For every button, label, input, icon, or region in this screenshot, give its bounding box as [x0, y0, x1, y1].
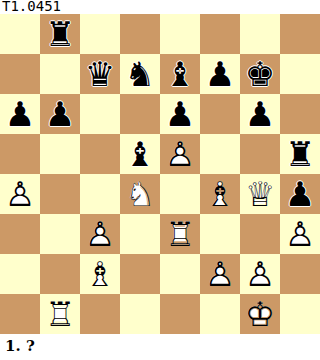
square-h1[interactable] — [280, 294, 320, 334]
white-pawn: ♟︎♙︎ — [280, 214, 320, 254]
square-c2[interactable]: ♝︎♗︎ — [80, 254, 120, 294]
black-rook: ♜︎ — [280, 134, 320, 174]
chess-puzzle-screen: T1.0451 ♜︎♛︎♞︎♝︎♟︎♚︎♟︎♟︎♟︎♟︎♝︎♟︎♙︎♜︎♟︎♙︎… — [0, 0, 320, 360]
black-pawn: ♟︎ — [200, 54, 240, 94]
white-pawn: ♟︎♙︎ — [0, 174, 40, 214]
square-e3[interactable]: ♜︎♖︎ — [160, 214, 200, 254]
square-a7[interactable] — [0, 54, 40, 94]
white-knight: ♞︎♘︎ — [120, 174, 160, 214]
black-king: ♚︎ — [240, 54, 280, 94]
move-prompt: 1. ? — [5, 336, 35, 356]
square-a1[interactable] — [0, 294, 40, 334]
square-g5[interactable] — [240, 134, 280, 174]
square-e5[interactable]: ♟︎♙︎ — [160, 134, 200, 174]
puzzle-id-title: T1.0451 — [2, 0, 61, 14]
square-b3[interactable] — [40, 214, 80, 254]
square-e2[interactable] — [160, 254, 200, 294]
square-f6[interactable] — [200, 94, 240, 134]
square-g1[interactable]: ♚︎♔︎ — [240, 294, 280, 334]
square-b2[interactable] — [40, 254, 80, 294]
square-a3[interactable] — [0, 214, 40, 254]
black-pawn: ♟︎ — [240, 94, 280, 134]
square-b8[interactable]: ♜︎ — [40, 14, 80, 54]
square-g8[interactable] — [240, 14, 280, 54]
square-a6[interactable]: ♟︎ — [0, 94, 40, 134]
white-rook: ♜︎♖︎ — [160, 214, 200, 254]
square-c6[interactable] — [80, 94, 120, 134]
square-f4[interactable]: ♝︎♗︎ — [200, 174, 240, 214]
square-h5[interactable]: ♜︎ — [280, 134, 320, 174]
square-f5[interactable] — [200, 134, 240, 174]
black-pawn: ♟︎ — [280, 174, 320, 214]
square-f7[interactable]: ♟︎ — [200, 54, 240, 94]
square-c3[interactable]: ♟︎♙︎ — [80, 214, 120, 254]
square-e7[interactable]: ♝︎ — [160, 54, 200, 94]
square-a5[interactable] — [0, 134, 40, 174]
white-bishop: ♝︎♗︎ — [80, 254, 120, 294]
square-h2[interactable] — [280, 254, 320, 294]
white-bishop: ♝︎♗︎ — [200, 174, 240, 214]
square-b6[interactable]: ♟︎ — [40, 94, 80, 134]
square-f3[interactable] — [200, 214, 240, 254]
square-c8[interactable] — [80, 14, 120, 54]
square-g6[interactable]: ♟︎ — [240, 94, 280, 134]
square-d2[interactable] — [120, 254, 160, 294]
square-d4[interactable]: ♞︎♘︎ — [120, 174, 160, 214]
square-d7[interactable]: ♞︎ — [120, 54, 160, 94]
black-queen: ♛︎ — [80, 54, 120, 94]
white-rook: ♜︎♖︎ — [40, 294, 80, 334]
square-c5[interactable] — [80, 134, 120, 174]
square-a2[interactable] — [0, 254, 40, 294]
black-rook: ♜︎ — [40, 14, 80, 54]
square-b1[interactable]: ♜︎♖︎ — [40, 294, 80, 334]
square-g4[interactable]: ♛︎♕︎ — [240, 174, 280, 214]
square-d6[interactable] — [120, 94, 160, 134]
square-e1[interactable] — [160, 294, 200, 334]
square-f8[interactable] — [200, 14, 240, 54]
square-a8[interactable] — [0, 14, 40, 54]
square-g2[interactable]: ♟︎♙︎ — [240, 254, 280, 294]
square-d8[interactable] — [120, 14, 160, 54]
square-d1[interactable] — [120, 294, 160, 334]
square-b7[interactable] — [40, 54, 80, 94]
white-king: ♚︎♔︎ — [240, 294, 280, 334]
black-pawn: ♟︎ — [0, 94, 40, 134]
square-e8[interactable] — [160, 14, 200, 54]
white-queen: ♛︎♕︎ — [240, 174, 280, 214]
square-e6[interactable]: ♟︎ — [160, 94, 200, 134]
white-pawn: ♟︎♙︎ — [80, 214, 120, 254]
square-c1[interactable] — [80, 294, 120, 334]
square-f2[interactable]: ♟︎♙︎ — [200, 254, 240, 294]
square-g7[interactable]: ♚︎ — [240, 54, 280, 94]
black-pawn: ♟︎ — [160, 94, 200, 134]
square-e4[interactable] — [160, 174, 200, 214]
square-g3[interactable] — [240, 214, 280, 254]
black-knight: ♞︎ — [120, 54, 160, 94]
square-a4[interactable]: ♟︎♙︎ — [0, 174, 40, 214]
chess-board: ♜︎♛︎♞︎♝︎♟︎♚︎♟︎♟︎♟︎♟︎♝︎♟︎♙︎♜︎♟︎♙︎♞︎♘︎♝︎♗︎… — [0, 14, 320, 334]
white-pawn: ♟︎♙︎ — [240, 254, 280, 294]
white-pawn: ♟︎♙︎ — [160, 134, 200, 174]
square-h6[interactable] — [280, 94, 320, 134]
square-c4[interactable] — [80, 174, 120, 214]
square-b4[interactable] — [40, 174, 80, 214]
white-pawn: ♟︎♙︎ — [200, 254, 240, 294]
square-f1[interactable] — [200, 294, 240, 334]
black-bishop: ♝︎ — [120, 134, 160, 174]
square-b5[interactable] — [40, 134, 80, 174]
square-c7[interactable]: ♛︎ — [80, 54, 120, 94]
square-h3[interactable]: ♟︎♙︎ — [280, 214, 320, 254]
black-pawn: ♟︎ — [40, 94, 80, 134]
square-h7[interactable] — [280, 54, 320, 94]
square-h8[interactable] — [280, 14, 320, 54]
black-bishop: ♝︎ — [160, 54, 200, 94]
square-d5[interactable]: ♝︎ — [120, 134, 160, 174]
square-d3[interactable] — [120, 214, 160, 254]
square-h4[interactable]: ♟︎ — [280, 174, 320, 214]
